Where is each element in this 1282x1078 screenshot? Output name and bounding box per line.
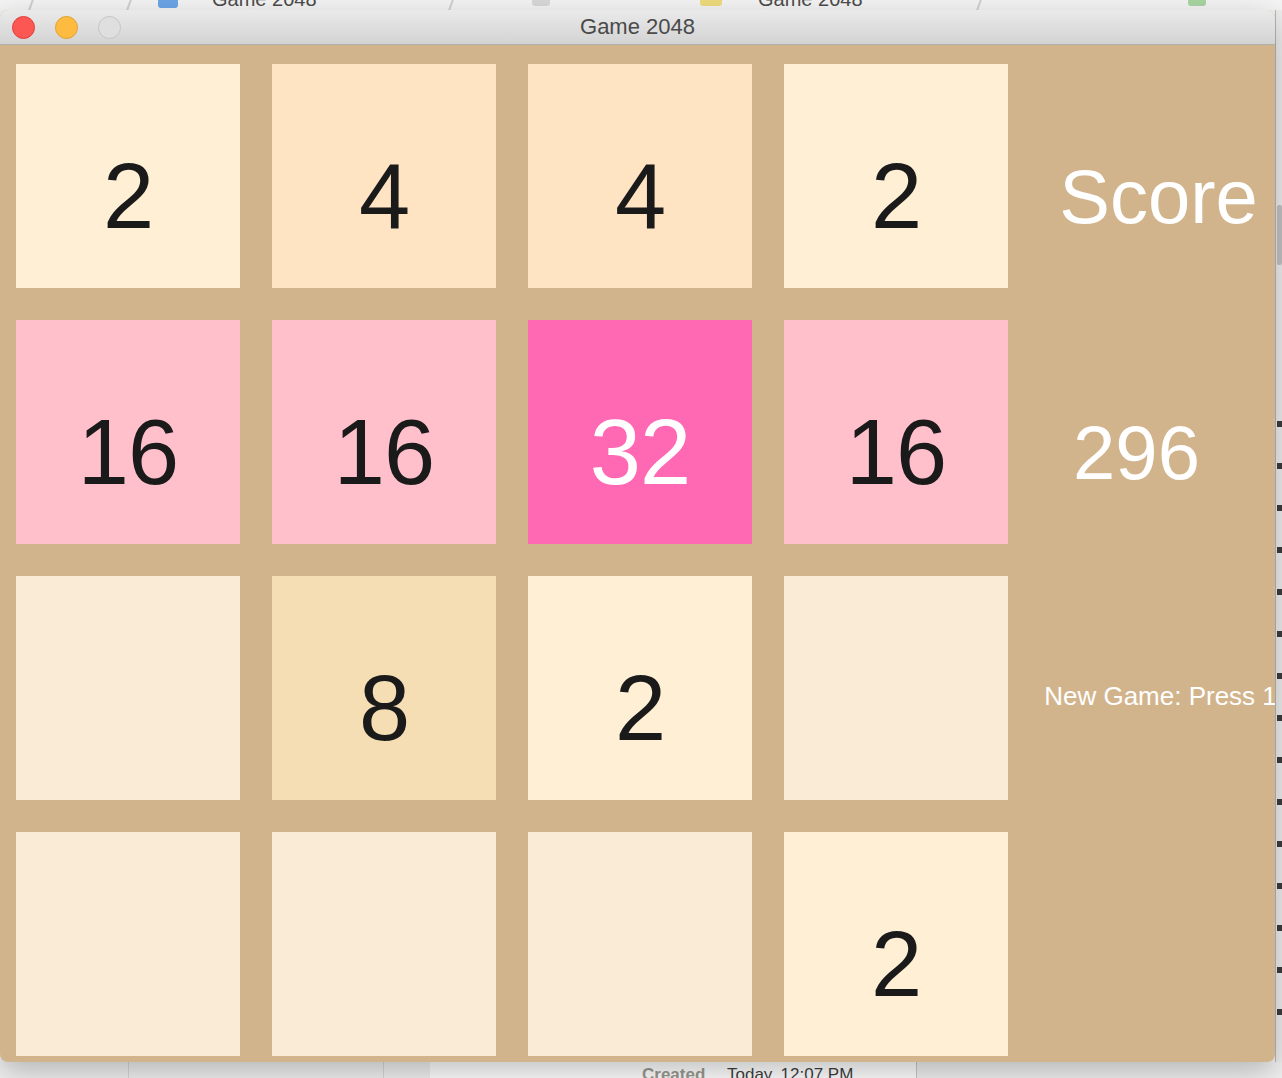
tile-number: 2 (871, 144, 921, 249)
tile-16: 16 (16, 320, 240, 544)
column-divider (916, 1062, 917, 1078)
tile-number: 2 (103, 144, 153, 249)
tile-4: 4 (528, 64, 752, 288)
tile-2: 2 (16, 64, 240, 288)
tab-separator (124, 0, 133, 10)
blue-document-icon (158, 0, 178, 8)
title-bar[interactable]: Game 2048 (0, 10, 1275, 45)
background-window-bottom-edge: Created Today, 12:07 PM (0, 1062, 1282, 1078)
created-value: Today, 12:07 PM (727, 1065, 853, 1078)
tile-4: 4 (272, 64, 496, 288)
close-button[interactable] (12, 16, 35, 39)
new-game-hint: New Game: Press 1 (998, 681, 1275, 712)
background-tab-label: Game 2048 (212, 0, 317, 10)
tab-separator (26, 0, 35, 10)
tile-number: 8 (359, 656, 409, 761)
window-title: Game 2048 (0, 10, 1275, 44)
cell-empty (272, 832, 496, 1056)
tile-number: 4 (615, 144, 665, 249)
tile-number: 4 (359, 144, 409, 249)
background-scrollbar (1277, 205, 1282, 265)
tile-2: 2 (784, 832, 1008, 1056)
background-tab-label: Game 2048 (758, 0, 863, 10)
minimize-button[interactable] (55, 16, 78, 39)
tab-separator (974, 0, 983, 10)
cell-empty (16, 832, 240, 1056)
tile-16: 16 (784, 320, 1008, 544)
gray-document-icon (532, 0, 550, 6)
tile-32: 32 (528, 320, 752, 544)
tile-number: 2 (871, 912, 921, 1017)
tile-2: 2 (528, 576, 752, 800)
tile-number: 16 (78, 400, 178, 505)
column-divider (383, 1062, 384, 1078)
tile-number: 16 (334, 400, 434, 505)
column-divider (128, 1062, 129, 1078)
background-window-right-edge (1275, 10, 1282, 1062)
zoom-button (98, 16, 121, 39)
tile-8: 8 (272, 576, 496, 800)
background-text-fragments (1277, 385, 1282, 1045)
created-label: Created (642, 1065, 705, 1078)
tab-separator (446, 0, 455, 10)
cell-empty (16, 576, 240, 800)
tile-number: 2 (615, 656, 665, 761)
yellow-folder-icon (700, 0, 722, 6)
game-window: Game 2048 244216163216822 Score 296 New … (0, 10, 1275, 1062)
cell-empty (528, 832, 752, 1056)
tile-number: 32 (590, 400, 690, 505)
score-value: 296 (998, 409, 1275, 496)
tile-2: 2 (784, 64, 1008, 288)
background-window-top-edge: Game 2048 Game 2048 (0, 0, 1282, 10)
score-label: Score (998, 153, 1275, 240)
cell-empty (784, 576, 1008, 800)
tile-16: 16 (272, 320, 496, 544)
green-document-icon (1188, 0, 1206, 6)
tile-number: 16 (846, 400, 946, 505)
